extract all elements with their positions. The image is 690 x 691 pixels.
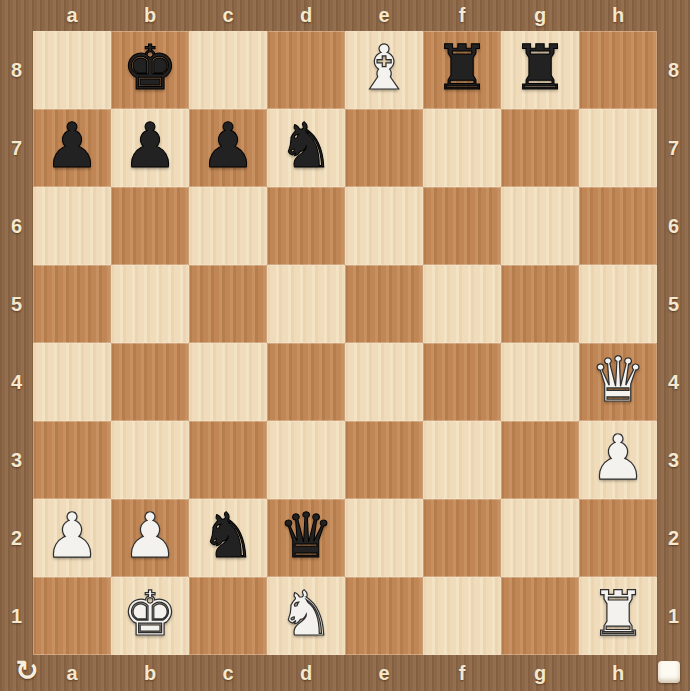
square-c7[interactable]: ♟ — [189, 109, 267, 187]
square-a4[interactable] — [33, 343, 111, 421]
square-a1[interactable] — [33, 577, 111, 655]
square-f4[interactable] — [423, 343, 501, 421]
square-e1[interactable] — [345, 577, 423, 655]
file-label-top-b: b — [111, 0, 189, 31]
rank-label-left-8: 8 — [0, 31, 33, 109]
piece-white-rook[interactable]: ♜ — [590, 583, 646, 645]
rank-label-right-2: 2 — [657, 499, 690, 577]
rank-label-right-6: 6 — [657, 187, 690, 265]
file-label-bottom-b: b — [111, 655, 189, 691]
chess-board-widget: abcdefgh abcdefgh 87654321 87654321 ♚♝♜♜… — [0, 0, 690, 691]
rank-label-right-1: 1 — [657, 577, 690, 655]
file-label-bottom-e: e — [345, 655, 423, 691]
square-e6[interactable] — [345, 187, 423, 265]
square-a3[interactable] — [33, 421, 111, 499]
file-label-top-f: f — [423, 0, 501, 31]
piece-black-rook[interactable]: ♜ — [434, 37, 490, 99]
square-d8[interactable] — [267, 31, 345, 109]
file-label-bottom-f: f — [423, 655, 501, 691]
white-to-move-indicator — [658, 661, 680, 683]
piece-white-king[interactable]: ♚ — [122, 583, 178, 645]
square-a5[interactable] — [33, 265, 111, 343]
square-g6[interactable] — [501, 187, 579, 265]
piece-black-knight[interactable]: ♞ — [278, 115, 334, 177]
square-b7[interactable]: ♟ — [111, 109, 189, 187]
rank-label-left-3: 3 — [0, 421, 33, 499]
square-g4[interactable] — [501, 343, 579, 421]
piece-black-pawn[interactable]: ♟ — [200, 115, 256, 177]
square-c1[interactable] — [189, 577, 267, 655]
piece-black-king[interactable]: ♚ — [122, 37, 178, 99]
rank-label-right-8: 8 — [657, 31, 690, 109]
square-c4[interactable] — [189, 343, 267, 421]
square-a6[interactable] — [33, 187, 111, 265]
file-label-bottom-h: h — [579, 655, 657, 691]
piece-black-pawn[interactable]: ♟ — [44, 115, 100, 177]
flip-board-icon[interactable]: ↻ — [8, 653, 46, 687]
square-g5[interactable] — [501, 265, 579, 343]
square-c2[interactable]: ♞ — [189, 499, 267, 577]
square-g8[interactable]: ♜ — [501, 31, 579, 109]
file-label-top-d: d — [267, 0, 345, 31]
square-e2[interactable] — [345, 499, 423, 577]
square-a7[interactable]: ♟ — [33, 109, 111, 187]
file-labels-top: abcdefgh — [33, 0, 657, 31]
square-d2[interactable]: ♛ — [267, 499, 345, 577]
square-c6[interactable] — [189, 187, 267, 265]
file-label-top-e: e — [345, 0, 423, 31]
square-d1[interactable]: ♞ — [267, 577, 345, 655]
square-c8[interactable] — [189, 31, 267, 109]
square-f6[interactable] — [423, 187, 501, 265]
file-label-top-g: g — [501, 0, 579, 31]
rank-labels-left: 87654321 — [0, 31, 33, 655]
square-g3[interactable] — [501, 421, 579, 499]
square-a8[interactable] — [33, 31, 111, 109]
rank-label-left-2: 2 — [0, 499, 33, 577]
rank-label-right-4: 4 — [657, 343, 690, 421]
file-label-top-a: a — [33, 0, 111, 31]
rank-label-left-5: 5 — [0, 265, 33, 343]
file-labels-bottom: abcdefgh — [33, 655, 657, 691]
file-label-top-c: c — [189, 0, 267, 31]
file-label-bottom-d: d — [267, 655, 345, 691]
square-h4[interactable]: ♛ — [579, 343, 657, 421]
square-h1[interactable]: ♜ — [579, 577, 657, 655]
piece-black-queen[interactable]: ♛ — [278, 505, 334, 567]
square-b2[interactable]: ♟ — [111, 499, 189, 577]
square-b3[interactable] — [111, 421, 189, 499]
square-f8[interactable]: ♜ — [423, 31, 501, 109]
rank-label-left-7: 7 — [0, 109, 33, 187]
square-f1[interactable] — [423, 577, 501, 655]
square-a2[interactable]: ♟ — [33, 499, 111, 577]
rank-label-right-7: 7 — [657, 109, 690, 187]
square-d3[interactable] — [267, 421, 345, 499]
square-b1[interactable]: ♚ — [111, 577, 189, 655]
piece-black-rook[interactable]: ♜ — [512, 37, 568, 99]
piece-black-knight[interactable]: ♞ — [200, 505, 256, 567]
rank-label-right-5: 5 — [657, 265, 690, 343]
square-g1[interactable] — [501, 577, 579, 655]
square-h5[interactable] — [579, 265, 657, 343]
square-h6[interactable] — [579, 187, 657, 265]
square-d7[interactable]: ♞ — [267, 109, 345, 187]
square-d4[interactable] — [267, 343, 345, 421]
square-g2[interactable] — [501, 499, 579, 577]
square-b5[interactable] — [111, 265, 189, 343]
piece-white-pawn[interactable]: ♟ — [590, 427, 646, 489]
rank-label-left-4: 4 — [0, 343, 33, 421]
square-f3[interactable] — [423, 421, 501, 499]
square-f7[interactable] — [423, 109, 501, 187]
square-g7[interactable] — [501, 109, 579, 187]
rank-label-left-1: 1 — [0, 577, 33, 655]
square-b6[interactable] — [111, 187, 189, 265]
piece-white-queen[interactable]: ♛ — [590, 349, 646, 411]
rank-label-right-3: 3 — [657, 421, 690, 499]
square-e4[interactable] — [345, 343, 423, 421]
piece-white-bishop[interactable]: ♝ — [356, 37, 412, 99]
square-e3[interactable] — [345, 421, 423, 499]
square-b4[interactable] — [111, 343, 189, 421]
piece-black-pawn[interactable]: ♟ — [122, 115, 178, 177]
piece-white-pawn[interactable]: ♟ — [44, 505, 100, 567]
square-f5[interactable] — [423, 265, 501, 343]
rank-labels-right: 87654321 — [657, 31, 690, 655]
file-label-bottom-c: c — [189, 655, 267, 691]
square-h8[interactable] — [579, 31, 657, 109]
square-c3[interactable] — [189, 421, 267, 499]
board: ♚♝♜♜♟♟♟♞♛♟♟♟♞♛♚♞♜ — [33, 31, 657, 655]
square-f2[interactable] — [423, 499, 501, 577]
square-c5[interactable] — [189, 265, 267, 343]
file-label-top-h: h — [579, 0, 657, 31]
square-e5[interactable] — [345, 265, 423, 343]
square-d5[interactable] — [267, 265, 345, 343]
square-d6[interactable] — [267, 187, 345, 265]
piece-white-pawn[interactable]: ♟ — [122, 505, 178, 567]
piece-white-knight[interactable]: ♞ — [278, 583, 334, 645]
square-h3[interactable]: ♟ — [579, 421, 657, 499]
square-h2[interactable] — [579, 499, 657, 577]
file-label-bottom-g: g — [501, 655, 579, 691]
square-e8[interactable]: ♝ — [345, 31, 423, 109]
square-e7[interactable] — [345, 109, 423, 187]
square-b8[interactable]: ♚ — [111, 31, 189, 109]
rank-label-left-6: 6 — [0, 187, 33, 265]
square-h7[interactable] — [579, 109, 657, 187]
